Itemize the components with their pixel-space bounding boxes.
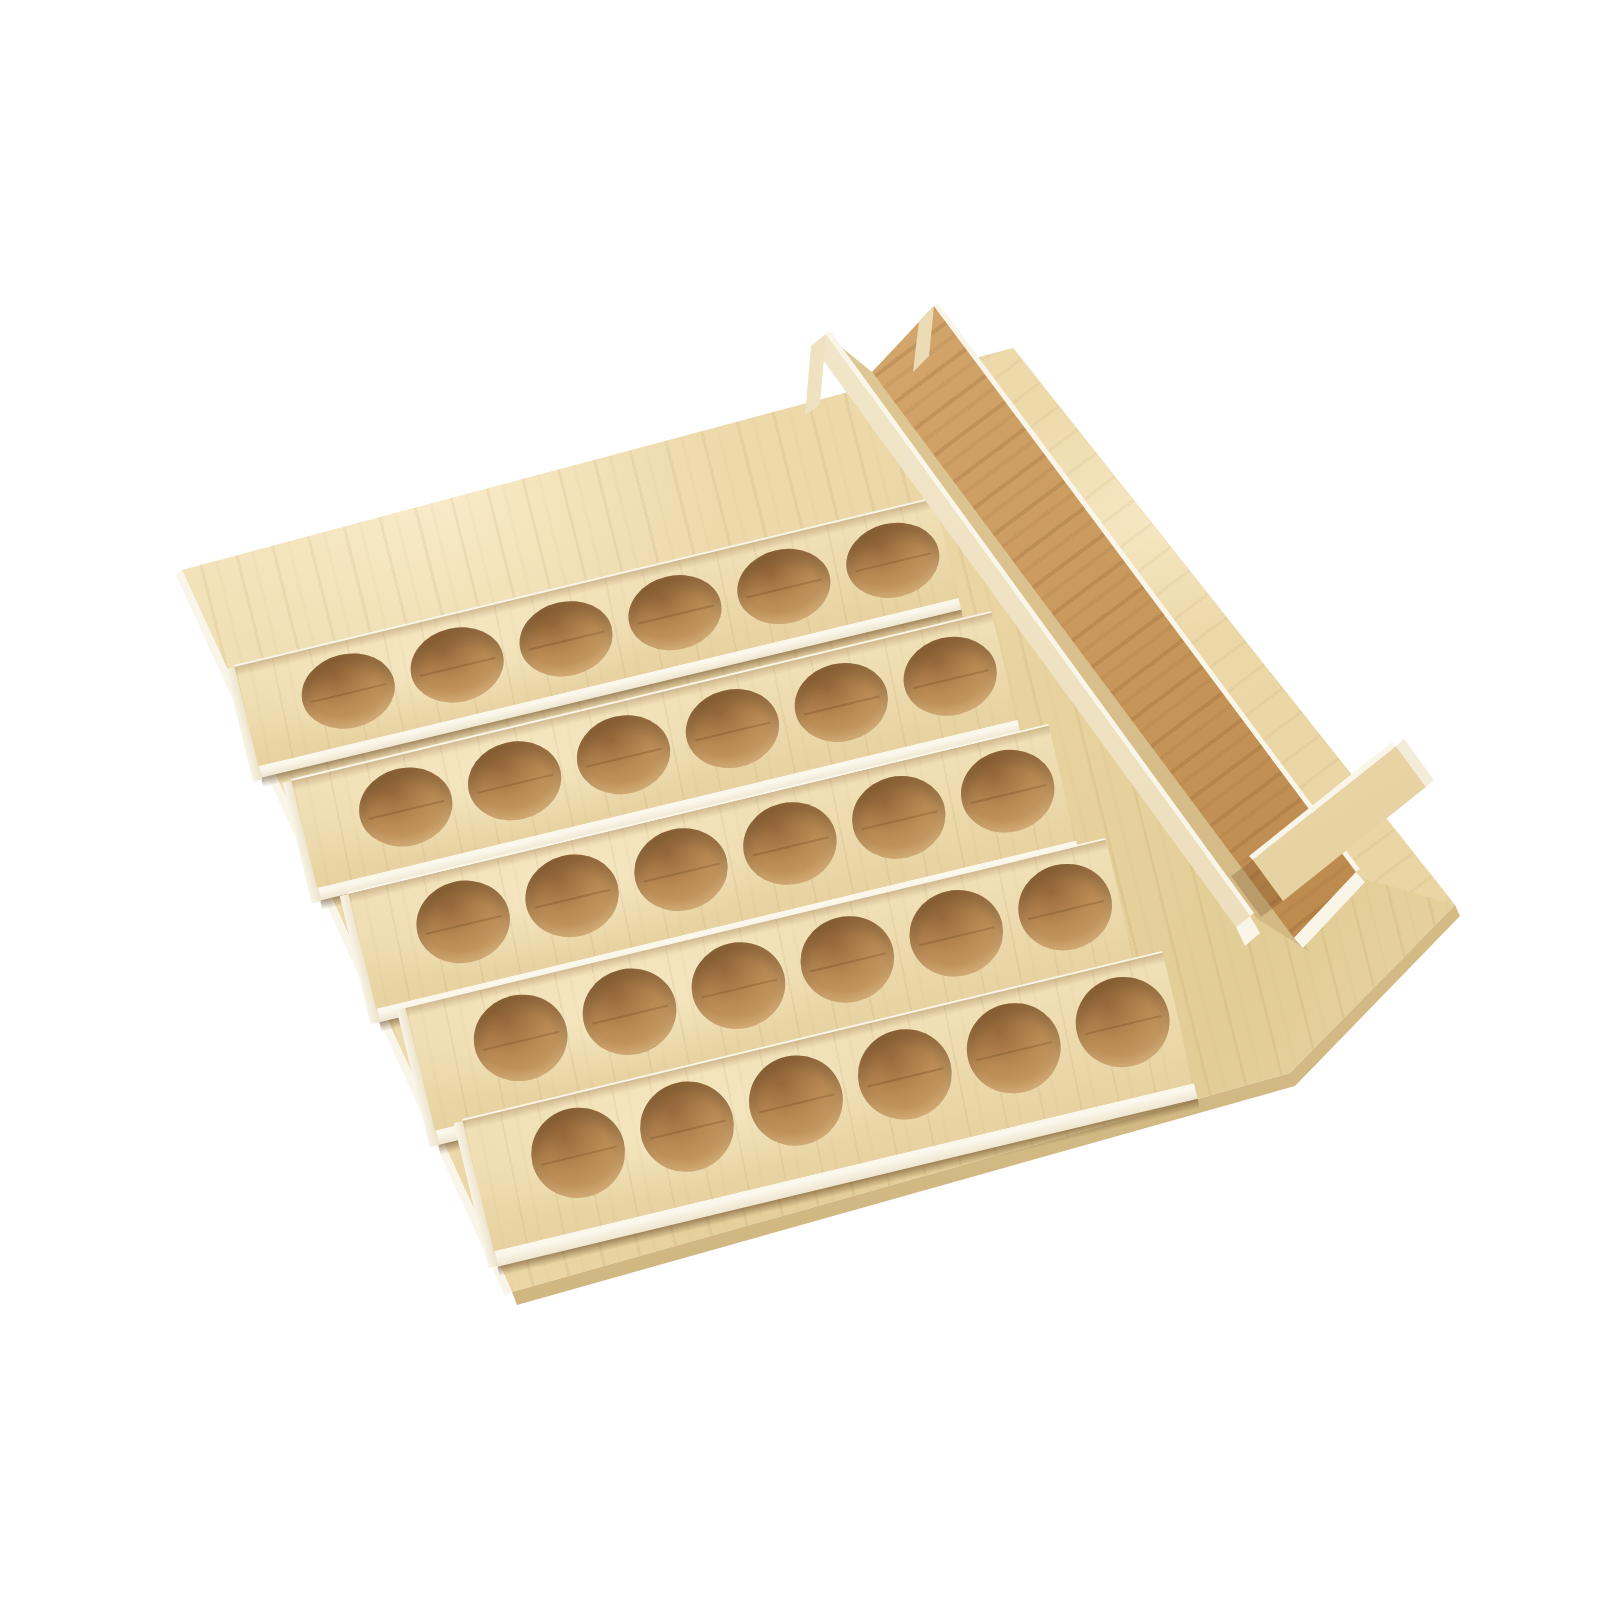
pod-hole-r3c6	[952, 740, 1063, 842]
pod-hole-r4c5	[901, 880, 1012, 986]
pod-hole-r2c3	[569, 705, 679, 803]
pod-hole-r2c4	[678, 679, 788, 777]
pod-hole-r2c1	[351, 758, 461, 856]
pod-hole-r3c1	[408, 871, 519, 973]
pod-hole-r2c2	[460, 731, 570, 829]
pod-hole-r1c5	[730, 540, 839, 634]
pod-hole-r4c2	[574, 958, 685, 1064]
pod-hole-r1c1	[294, 644, 403, 738]
product-photo-stage	[0, 0, 1600, 1600]
pod-hole-r1c2	[403, 618, 512, 712]
pod-hole-r3c3	[626, 819, 737, 921]
pod-hole-r5c1	[522, 1098, 634, 1207]
pod-hole-r3c2	[517, 845, 628, 947]
pod-hole-r4c1	[465, 985, 576, 1091]
pod-hole-r3c4	[735, 793, 846, 895]
pod-hole-r2c5	[787, 653, 897, 751]
pod-hole-r5c3	[740, 1046, 852, 1155]
pod-hole-r1c3	[512, 592, 621, 686]
pod-hole-r4c4	[792, 906, 903, 1012]
pod-hole-r5c2	[631, 1072, 743, 1181]
pod-hole-r5c4	[849, 1020, 961, 1129]
pod-hole-r3c5	[844, 767, 955, 869]
pod-hole-r5c5	[958, 994, 1070, 1103]
pod-hole-r2c6	[895, 627, 1005, 725]
pod-hole-r4c3	[683, 932, 794, 1038]
pod-hole-r4c6	[1009, 854, 1120, 960]
pod-hole-r1c4	[621, 566, 730, 660]
pod-hole-r1c6	[838, 513, 947, 607]
pod-hole-r5c6	[1066, 967, 1178, 1076]
